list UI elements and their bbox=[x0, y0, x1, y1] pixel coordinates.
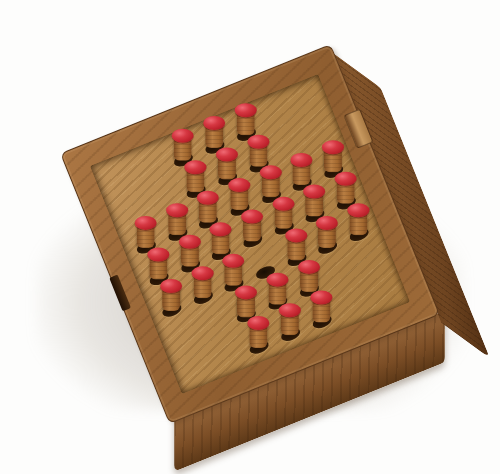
peg-red-cap bbox=[347, 203, 369, 217]
peg-r7c5[interactable] bbox=[310, 291, 332, 323]
peg-r5c2[interactable] bbox=[191, 266, 213, 298]
peg-r6c4[interactable] bbox=[266, 272, 288, 304]
peg-red-cap bbox=[222, 254, 244, 268]
peg-red-cap bbox=[266, 272, 288, 286]
peg-r3c5[interactable] bbox=[260, 166, 282, 198]
peg-r4c1[interactable] bbox=[147, 248, 169, 280]
peg-r2c3[interactable] bbox=[185, 160, 207, 192]
peg-red-cap bbox=[172, 129, 194, 143]
peg-r2c5[interactable] bbox=[247, 135, 269, 167]
peg-red-cap bbox=[179, 235, 201, 249]
peg-r6c3[interactable] bbox=[235, 285, 257, 317]
peg-r5c5[interactable] bbox=[285, 228, 307, 260]
peg-r3c7[interactable] bbox=[322, 141, 344, 173]
peg-red-cap bbox=[185, 160, 207, 174]
peg-r5c1[interactable] bbox=[160, 279, 182, 311]
peg-r4c2[interactable] bbox=[179, 235, 201, 267]
peg-r1c5[interactable] bbox=[234, 103, 256, 135]
peg-r4c7[interactable] bbox=[335, 172, 357, 204]
peg-r4c4[interactable] bbox=[241, 210, 263, 242]
peg-r3c1[interactable] bbox=[135, 216, 157, 248]
peg-red-cap bbox=[235, 285, 257, 299]
peg-r7c4[interactable] bbox=[279, 303, 301, 335]
peg-r1c4[interactable] bbox=[203, 116, 225, 148]
peg-r3c3[interactable] bbox=[197, 191, 219, 223]
peg-r6c5[interactable] bbox=[298, 260, 320, 292]
peg-r1c3[interactable] bbox=[172, 129, 194, 161]
peg-red-cap bbox=[247, 135, 269, 149]
peg-r3c6[interactable] bbox=[291, 153, 313, 185]
peg-r7c3[interactable] bbox=[248, 316, 270, 348]
peg-red-cap bbox=[160, 279, 182, 293]
peg-red-cap bbox=[285, 228, 307, 242]
peg-r4c6[interactable] bbox=[304, 184, 326, 216]
peg-red-cap bbox=[241, 210, 263, 224]
peg-r5c6[interactable] bbox=[316, 216, 338, 248]
peg-red-cap bbox=[191, 266, 213, 280]
peg-r4c5[interactable] bbox=[272, 197, 294, 229]
peg-red-cap bbox=[272, 197, 294, 211]
peg-red-cap bbox=[216, 147, 238, 161]
peg-r4c3[interactable] bbox=[210, 222, 232, 254]
peg-r5c3[interactable] bbox=[222, 254, 244, 286]
peg-red-cap bbox=[203, 116, 225, 130]
product-photo-scene bbox=[0, 0, 500, 474]
peg-red-cap bbox=[298, 260, 320, 274]
peg-red-cap bbox=[316, 216, 338, 230]
peg-r3c4[interactable] bbox=[228, 178, 250, 210]
peg-red-cap bbox=[234, 103, 256, 117]
peg-red-cap bbox=[147, 248, 169, 262]
peg-r2c4[interactable] bbox=[216, 147, 238, 179]
peg-r5c7[interactable] bbox=[347, 203, 369, 235]
peg-r3c2[interactable] bbox=[166, 204, 188, 236]
